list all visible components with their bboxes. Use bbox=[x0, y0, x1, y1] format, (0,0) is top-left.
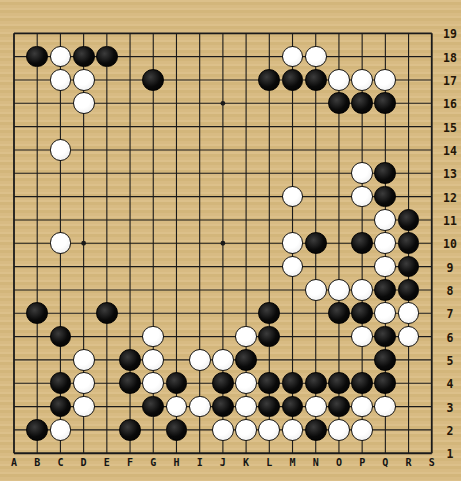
intersection-D15[interactable] bbox=[72, 115, 95, 138]
intersection-K12[interactable] bbox=[234, 185, 257, 208]
intersection-L8[interactable] bbox=[258, 278, 281, 301]
intersection-C16[interactable] bbox=[49, 92, 72, 115]
intersection-L7 bbox=[258, 302, 281, 325]
intersection-F10[interactable] bbox=[118, 232, 141, 255]
intersection-R7 bbox=[397, 302, 420, 325]
intersection-R13[interactable] bbox=[397, 162, 420, 185]
intersection-M3 bbox=[281, 395, 304, 418]
intersection-C9[interactable] bbox=[49, 255, 72, 278]
intersection-Q18[interactable] bbox=[374, 45, 397, 68]
intersection-C15[interactable] bbox=[49, 115, 72, 138]
intersection-R5[interactable] bbox=[397, 348, 420, 371]
intersection-L11[interactable] bbox=[258, 208, 281, 231]
intersection-B8[interactable] bbox=[26, 278, 49, 301]
intersection-J18[interactable] bbox=[211, 45, 234, 68]
intersection-L19[interactable] bbox=[258, 22, 281, 45]
intersection-J19[interactable] bbox=[211, 22, 234, 45]
intersection-E5[interactable] bbox=[95, 348, 118, 371]
intersection-O15[interactable] bbox=[327, 115, 350, 138]
intersection-F16[interactable] bbox=[118, 92, 141, 115]
intersection-H8[interactable] bbox=[165, 278, 188, 301]
intersection-B18 bbox=[26, 45, 49, 68]
intersection-I13[interactable] bbox=[188, 162, 211, 185]
intersection-Q14[interactable] bbox=[374, 138, 397, 161]
intersection-P11[interactable] bbox=[350, 208, 373, 231]
intersection-D4 bbox=[72, 372, 95, 395]
intersection-J15[interactable] bbox=[211, 115, 234, 138]
intersection-P19[interactable] bbox=[350, 22, 373, 45]
intersection-H19[interactable] bbox=[165, 22, 188, 45]
intersection-O19[interactable] bbox=[327, 22, 350, 45]
intersection-F14[interactable] bbox=[118, 138, 141, 161]
intersection-B14[interactable] bbox=[26, 138, 49, 161]
row-label-7: 7 bbox=[439, 307, 461, 319]
intersection-K9[interactable] bbox=[234, 255, 257, 278]
intersection-F15[interactable] bbox=[118, 115, 141, 138]
black-stone-L3 bbox=[258, 396, 280, 418]
intersection-A14[interactable] bbox=[2, 138, 25, 161]
intersection-G18[interactable] bbox=[142, 45, 165, 68]
intersection-M6[interactable] bbox=[281, 325, 304, 348]
intersection-D6[interactable] bbox=[72, 325, 95, 348]
white-stone-D3 bbox=[73, 396, 95, 418]
intersection-N17 bbox=[304, 68, 327, 91]
intersection-E4[interactable] bbox=[95, 372, 118, 395]
intersection-M5[interactable] bbox=[281, 348, 304, 371]
intersection-M14[interactable] bbox=[281, 138, 304, 161]
black-stone-F5 bbox=[119, 349, 141, 371]
intersection-O6[interactable] bbox=[327, 325, 350, 348]
intersection-D12[interactable] bbox=[72, 185, 95, 208]
white-stone-H3 bbox=[166, 396, 188, 418]
intersection-K10[interactable] bbox=[234, 232, 257, 255]
intersection-N6[interactable] bbox=[304, 325, 327, 348]
intersection-H10[interactable] bbox=[165, 232, 188, 255]
intersection-N19[interactable] bbox=[304, 22, 327, 45]
intersection-F6[interactable] bbox=[118, 325, 141, 348]
intersection-P14[interactable] bbox=[350, 138, 373, 161]
intersection-E10[interactable] bbox=[95, 232, 118, 255]
intersection-E12[interactable] bbox=[95, 185, 118, 208]
intersection-I6[interactable] bbox=[188, 325, 211, 348]
intersection-R16[interactable] bbox=[397, 92, 420, 115]
intersection-F4 bbox=[118, 372, 141, 395]
intersection-M10 bbox=[281, 232, 304, 255]
intersection-C19[interactable] bbox=[49, 22, 72, 45]
intersection-I12[interactable] bbox=[188, 185, 211, 208]
black-stone-K5 bbox=[235, 349, 257, 371]
intersection-A8[interactable] bbox=[2, 278, 25, 301]
intersection-P4 bbox=[350, 372, 373, 395]
intersection-B11[interactable] bbox=[26, 208, 49, 231]
intersection-F19[interactable] bbox=[118, 22, 141, 45]
intersection-R12[interactable] bbox=[397, 185, 420, 208]
intersection-M9 bbox=[281, 255, 304, 278]
white-stone-D17 bbox=[73, 69, 95, 91]
intersection-N11[interactable] bbox=[304, 208, 327, 231]
intersection-D14[interactable] bbox=[72, 138, 95, 161]
intersection-L18[interactable] bbox=[258, 45, 281, 68]
intersection-N7[interactable] bbox=[304, 302, 327, 325]
intersection-A11[interactable] bbox=[2, 208, 25, 231]
intersection-O5[interactable] bbox=[327, 348, 350, 371]
intersection-G14[interactable] bbox=[142, 138, 165, 161]
intersection-E8[interactable] bbox=[95, 278, 118, 301]
intersection-B6[interactable] bbox=[26, 325, 49, 348]
intersection-D11[interactable] bbox=[72, 208, 95, 231]
intersection-C13[interactable] bbox=[49, 162, 72, 185]
intersection-B4[interactable] bbox=[26, 372, 49, 395]
intersection-N2 bbox=[304, 418, 327, 441]
intersection-G12[interactable] bbox=[142, 185, 165, 208]
intersection-A6[interactable] bbox=[2, 325, 25, 348]
intersection-C8[interactable] bbox=[49, 278, 72, 301]
black-stone-O16 bbox=[328, 92, 350, 114]
intersection-J3 bbox=[211, 395, 234, 418]
intersection-N5[interactable] bbox=[304, 348, 327, 371]
intersection-N15[interactable] bbox=[304, 115, 327, 138]
intersection-P18[interactable] bbox=[350, 45, 373, 68]
intersection-O18[interactable] bbox=[327, 45, 350, 68]
intersection-H16[interactable] bbox=[165, 92, 188, 115]
column-label-O: O bbox=[331, 457, 347, 468]
intersection-O10[interactable] bbox=[327, 232, 350, 255]
intersection-R15[interactable] bbox=[397, 115, 420, 138]
intersection-N16[interactable] bbox=[304, 92, 327, 115]
intersection-K13[interactable] bbox=[234, 162, 257, 185]
intersection-C5[interactable] bbox=[49, 348, 72, 371]
intersection-G11[interactable] bbox=[142, 208, 165, 231]
white-stone-C2 bbox=[50, 419, 72, 441]
intersection-H9[interactable] bbox=[165, 255, 188, 278]
intersection-Q13 bbox=[374, 162, 397, 185]
intersection-A16[interactable] bbox=[2, 92, 25, 115]
intersection-J16[interactable] bbox=[211, 92, 234, 115]
intersection-E6[interactable] bbox=[95, 325, 118, 348]
intersection-A15[interactable] bbox=[2, 115, 25, 138]
intersection-B19[interactable] bbox=[26, 22, 49, 45]
intersection-G13[interactable] bbox=[142, 162, 165, 185]
intersection-A13[interactable] bbox=[2, 162, 25, 185]
intersection-F9[interactable] bbox=[118, 255, 141, 278]
intersection-M7[interactable] bbox=[281, 302, 304, 325]
intersection-R10 bbox=[397, 232, 420, 255]
intersection-F17[interactable] bbox=[118, 68, 141, 91]
intersection-H12[interactable] bbox=[165, 185, 188, 208]
intersection-J8[interactable] bbox=[211, 278, 234, 301]
intersection-K19[interactable] bbox=[234, 22, 257, 45]
intersection-K14[interactable] bbox=[234, 138, 257, 161]
intersection-F11[interactable] bbox=[118, 208, 141, 231]
intersection-F7[interactable] bbox=[118, 302, 141, 325]
intersection-Q15[interactable] bbox=[374, 115, 397, 138]
intersection-N12[interactable] bbox=[304, 185, 327, 208]
intersection-H15[interactable] bbox=[165, 115, 188, 138]
intersection-D10[interactable] bbox=[72, 232, 95, 255]
intersection-A10[interactable] bbox=[2, 232, 25, 255]
intersection-I15[interactable] bbox=[188, 115, 211, 138]
intersection-D19[interactable] bbox=[72, 22, 95, 45]
intersection-O7 bbox=[327, 302, 350, 325]
intersection-Q2[interactable] bbox=[374, 418, 397, 441]
intersection-R14[interactable] bbox=[397, 138, 420, 161]
intersection-F3[interactable] bbox=[118, 395, 141, 418]
intersection-G15[interactable] bbox=[142, 115, 165, 138]
white-stone-P3 bbox=[351, 396, 373, 418]
intersection-K15[interactable] bbox=[234, 115, 257, 138]
intersection-P2 bbox=[350, 418, 373, 441]
intersection-R3[interactable] bbox=[397, 395, 420, 418]
intersection-Q19[interactable] bbox=[374, 22, 397, 45]
row-label-11: 11 bbox=[439, 214, 461, 226]
intersection-O12[interactable] bbox=[327, 185, 350, 208]
intersection-L5[interactable] bbox=[258, 348, 281, 371]
intersection-G2[interactable] bbox=[142, 418, 165, 441]
intersection-N14[interactable] bbox=[304, 138, 327, 161]
intersection-A3[interactable] bbox=[2, 395, 25, 418]
intersection-L13[interactable] bbox=[258, 162, 281, 185]
intersection-F8[interactable] bbox=[118, 278, 141, 301]
intersection-A9[interactable] bbox=[2, 255, 25, 278]
intersection-J14[interactable] bbox=[211, 138, 234, 161]
intersection-A17[interactable] bbox=[2, 68, 25, 91]
intersection-E15[interactable] bbox=[95, 115, 118, 138]
intersection-I17[interactable] bbox=[188, 68, 211, 91]
intersection-I14[interactable] bbox=[188, 138, 211, 161]
white-stone-P8 bbox=[351, 279, 373, 301]
black-stone-E7 bbox=[96, 302, 118, 324]
intersection-L12[interactable] bbox=[258, 185, 281, 208]
intersection-I10[interactable] bbox=[188, 232, 211, 255]
intersection-C4 bbox=[49, 372, 72, 395]
intersection-A18[interactable] bbox=[2, 45, 25, 68]
intersection-L9[interactable] bbox=[258, 255, 281, 278]
black-stone-B2 bbox=[26, 419, 48, 441]
intersection-D7[interactable] bbox=[72, 302, 95, 325]
intersection-C14 bbox=[49, 138, 72, 161]
column-label-P: P bbox=[354, 457, 370, 468]
black-stone-Q6 bbox=[374, 326, 396, 348]
black-stone-G3 bbox=[142, 396, 164, 418]
white-stone-O17 bbox=[328, 69, 350, 91]
intersection-R2[interactable] bbox=[397, 418, 420, 441]
intersection-M16[interactable] bbox=[281, 92, 304, 115]
intersection-O11[interactable] bbox=[327, 208, 350, 231]
intersection-I18[interactable] bbox=[188, 45, 211, 68]
row-label-10: 10 bbox=[439, 237, 461, 249]
intersection-Q10 bbox=[374, 232, 397, 255]
intersection-H13[interactable] bbox=[165, 162, 188, 185]
intersection-K3 bbox=[234, 395, 257, 418]
intersection-D5 bbox=[72, 348, 95, 371]
intersection-K11[interactable] bbox=[234, 208, 257, 231]
intersection-F13[interactable] bbox=[118, 162, 141, 185]
intersection-J2 bbox=[211, 418, 234, 441]
intersection-H17[interactable] bbox=[165, 68, 188, 91]
intersection-Q11 bbox=[374, 208, 397, 231]
intersection-I4[interactable] bbox=[188, 372, 211, 395]
intersection-H11[interactable] bbox=[165, 208, 188, 231]
intersection-E18 bbox=[95, 45, 118, 68]
intersection-Q5 bbox=[374, 348, 397, 371]
intersection-B16[interactable] bbox=[26, 92, 49, 115]
intersection-F18[interactable] bbox=[118, 45, 141, 68]
intersection-P5[interactable] bbox=[350, 348, 373, 371]
white-stone-G4 bbox=[142, 372, 164, 394]
intersection-D2[interactable] bbox=[72, 418, 95, 441]
intersection-R18[interactable] bbox=[397, 45, 420, 68]
row-label-13: 13 bbox=[439, 167, 461, 179]
intersection-I9[interactable] bbox=[188, 255, 211, 278]
intersection-M19[interactable] bbox=[281, 22, 304, 45]
intersection-E16[interactable] bbox=[95, 92, 118, 115]
intersection-G7[interactable] bbox=[142, 302, 165, 325]
intersection-J12[interactable] bbox=[211, 185, 234, 208]
intersection-O13[interactable] bbox=[327, 162, 350, 185]
intersection-E13[interactable] bbox=[95, 162, 118, 185]
intersection-B2 bbox=[26, 418, 49, 441]
intersection-P9[interactable] bbox=[350, 255, 373, 278]
column-label-H: H bbox=[168, 457, 184, 468]
intersection-I8[interactable] bbox=[188, 278, 211, 301]
intersection-A12[interactable] bbox=[2, 185, 25, 208]
intersection-B15[interactable] bbox=[26, 115, 49, 138]
intersection-K17[interactable] bbox=[234, 68, 257, 91]
intersection-N18 bbox=[304, 45, 327, 68]
intersection-E9[interactable] bbox=[95, 255, 118, 278]
intersection-J9[interactable] bbox=[211, 255, 234, 278]
intersection-H5[interactable] bbox=[165, 348, 188, 371]
column-label-Q: Q bbox=[377, 457, 393, 468]
row-label-14: 14 bbox=[439, 144, 461, 156]
intersection-I2[interactable] bbox=[188, 418, 211, 441]
intersection-H18[interactable] bbox=[165, 45, 188, 68]
intersection-D8[interactable] bbox=[72, 278, 95, 301]
intersection-J10[interactable] bbox=[211, 232, 234, 255]
intersection-A19[interactable] bbox=[2, 22, 25, 45]
intersection-L15[interactable] bbox=[258, 115, 281, 138]
intersection-P7 bbox=[350, 302, 373, 325]
intersection-I7[interactable] bbox=[188, 302, 211, 325]
intersection-L16[interactable] bbox=[258, 92, 281, 115]
intersection-N13[interactable] bbox=[304, 162, 327, 185]
intersection-E2[interactable] bbox=[95, 418, 118, 441]
intersection-K18[interactable] bbox=[234, 45, 257, 68]
white-stone-M2 bbox=[282, 419, 304, 441]
intersection-K7[interactable] bbox=[234, 302, 257, 325]
intersection-B13[interactable] bbox=[26, 162, 49, 185]
intersection-I11[interactable] bbox=[188, 208, 211, 231]
intersection-H2 bbox=[165, 418, 188, 441]
row-label-9: 9 bbox=[439, 261, 461, 273]
intersection-J4 bbox=[211, 372, 234, 395]
intersection-Q4 bbox=[374, 372, 397, 395]
intersection-K8[interactable] bbox=[234, 278, 257, 301]
intersection-O9[interactable] bbox=[327, 255, 350, 278]
intersection-C2 bbox=[49, 418, 72, 441]
intersection-R17[interactable] bbox=[397, 68, 420, 91]
intersection-R4[interactable] bbox=[397, 372, 420, 395]
black-stone-D18 bbox=[73, 46, 95, 68]
intersection-D9[interactable] bbox=[72, 255, 95, 278]
intersection-E11[interactable] bbox=[95, 208, 118, 231]
intersection-E3[interactable] bbox=[95, 395, 118, 418]
intersection-C11[interactable] bbox=[49, 208, 72, 231]
intersection-J11[interactable] bbox=[211, 208, 234, 231]
intersection-J6[interactable] bbox=[211, 325, 234, 348]
intersection-D13[interactable] bbox=[72, 162, 95, 185]
intersection-I19[interactable] bbox=[188, 22, 211, 45]
black-stone-L7 bbox=[258, 302, 280, 324]
white-stone-P12 bbox=[351, 186, 373, 208]
intersection-G16[interactable] bbox=[142, 92, 165, 115]
intersection-H6[interactable] bbox=[165, 325, 188, 348]
intersection-G19[interactable] bbox=[142, 22, 165, 45]
intersection-C12[interactable] bbox=[49, 185, 72, 208]
intersection-M15[interactable] bbox=[281, 115, 304, 138]
intersection-B10[interactable] bbox=[26, 232, 49, 255]
intersection-K6 bbox=[234, 325, 257, 348]
intersection-H7[interactable] bbox=[165, 302, 188, 325]
column-label-D: D bbox=[76, 457, 92, 468]
intersection-G8[interactable] bbox=[142, 278, 165, 301]
intersection-B9[interactable] bbox=[26, 255, 49, 278]
intersection-A4[interactable] bbox=[2, 372, 25, 395]
intersection-P15[interactable] bbox=[350, 115, 373, 138]
intersection-M13[interactable] bbox=[281, 162, 304, 185]
intersection-A7[interactable] bbox=[2, 302, 25, 325]
intersection-B17[interactable] bbox=[26, 68, 49, 91]
intersection-R19[interactable] bbox=[397, 22, 420, 45]
intersection-L17 bbox=[258, 68, 281, 91]
intersection-O14[interactable] bbox=[327, 138, 350, 161]
column-label-R: R bbox=[401, 457, 417, 468]
intersection-B5[interactable] bbox=[26, 348, 49, 371]
intersection-E19[interactable] bbox=[95, 22, 118, 45]
intersection-I16[interactable] bbox=[188, 92, 211, 115]
intersection-J17[interactable] bbox=[211, 68, 234, 91]
column-label-A: A bbox=[6, 457, 22, 468]
intersection-F12[interactable] bbox=[118, 185, 141, 208]
intersection-A5[interactable] bbox=[2, 348, 25, 371]
intersection-G10[interactable] bbox=[142, 232, 165, 255]
intersection-L14[interactable] bbox=[258, 138, 281, 161]
intersection-L10[interactable] bbox=[258, 232, 281, 255]
intersection-J7[interactable] bbox=[211, 302, 234, 325]
intersection-C7[interactable] bbox=[49, 302, 72, 325]
intersection-N9[interactable] bbox=[304, 255, 327, 278]
intersection-P13 bbox=[350, 162, 373, 185]
intersection-E14[interactable] bbox=[95, 138, 118, 161]
black-stone-J3 bbox=[212, 396, 234, 418]
intersection-E17[interactable] bbox=[95, 68, 118, 91]
intersection-B12[interactable] bbox=[26, 185, 49, 208]
black-stone-R9 bbox=[398, 256, 420, 278]
intersection-O2 bbox=[327, 418, 350, 441]
intersection-J13[interactable] bbox=[211, 162, 234, 185]
intersection-B3[interactable] bbox=[26, 395, 49, 418]
intersection-M8[interactable] bbox=[281, 278, 304, 301]
black-stone-C3 bbox=[50, 396, 72, 418]
intersection-C3 bbox=[49, 395, 72, 418]
intersection-G9[interactable] bbox=[142, 255, 165, 278]
intersection-K16[interactable] bbox=[234, 92, 257, 115]
intersection-L2 bbox=[258, 418, 281, 441]
intersection-H14[interactable] bbox=[165, 138, 188, 161]
intersection-M11[interactable] bbox=[281, 208, 304, 231]
intersection-A2[interactable] bbox=[2, 418, 25, 441]
black-stone-Q8 bbox=[374, 279, 396, 301]
